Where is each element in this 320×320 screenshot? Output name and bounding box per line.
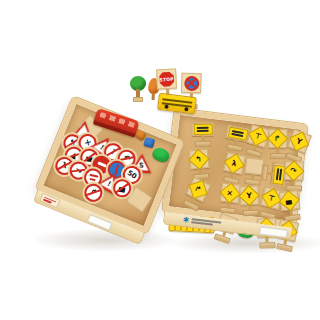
right-tray: ⊤↱Y↰λ↷↱×Y⊤▄λ↶ ∗ <box>162 108 308 228</box>
school-bus-block <box>157 93 197 115</box>
yellow-diamond-sign: ↱ <box>269 130 287 148</box>
sign-tile <box>181 73 202 94</box>
yellow-diamond-sign: λ <box>226 155 243 172</box>
grid-cell: ⊤ <box>246 125 269 157</box>
stop-octagon: STOP <box>159 71 175 87</box>
diamond-sign-tile: Y <box>239 186 259 206</box>
sign-stand: Y <box>239 186 260 217</box>
grid-cell: ↷ <box>283 160 306 192</box>
bus-wheel <box>184 107 188 111</box>
text-bar <box>279 169 282 181</box>
barcode-sticker <box>259 227 288 238</box>
brand-label-text-lines <box>191 217 222 228</box>
diamond-sign-tile: λ <box>223 152 246 175</box>
sign-stand: ↷ <box>284 161 304 192</box>
red-text-line <box>89 174 98 178</box>
sign-symbol: ⊤ <box>254 132 263 141</box>
stand-base <box>261 164 269 181</box>
diamond-sign-tile: ↱ <box>185 177 211 203</box>
sign-symbol: ↰ <box>195 155 202 163</box>
stand-base <box>258 242 274 248</box>
sign-symbol: ↱ <box>193 185 202 195</box>
grid-cell <box>190 122 215 149</box>
grid-cell: λ <box>222 153 245 185</box>
grid-cell <box>261 160 286 187</box>
rect-sign-tile <box>192 123 214 136</box>
sign-stand: λ <box>220 152 245 186</box>
sign-symbol: ↷ <box>291 167 298 175</box>
diamond-sign-tile: ↷ <box>284 161 304 181</box>
yellow-diamond-sign: ↰ <box>190 150 208 168</box>
diamond-sign-tile: ↱ <box>268 129 287 148</box>
stand-base <box>226 143 243 152</box>
bus-wheel <box>164 105 168 109</box>
yellow-diamond-sign: ⊤ <box>250 128 267 145</box>
sign-tile: STOP <box>156 69 177 90</box>
yellow-diamond-sign: ▄ <box>281 192 299 210</box>
sign-symbol: ⊤ <box>267 194 276 203</box>
green-bush-block <box>151 145 172 163</box>
left-tray-shadow <box>30 228 180 252</box>
stand-base <box>242 210 258 217</box>
sign-symbol: Y <box>246 192 252 200</box>
stop-text: STOP <box>159 76 173 82</box>
sign-symbol: Y <box>296 137 304 146</box>
tree-block <box>129 76 147 103</box>
diamond-sign-tile: ▄ <box>279 190 300 211</box>
sign-stand: ↱ <box>180 177 211 212</box>
sign-stand: × <box>218 182 241 214</box>
no-stopping-circle <box>184 75 200 91</box>
sign-symbol: λ <box>231 159 237 167</box>
yellow-diamond-sign: Y <box>291 133 308 150</box>
stand-base <box>244 178 261 186</box>
sign-symbol: × <box>226 189 233 197</box>
diamond-sign-tile: Y <box>287 129 312 154</box>
yellow-rect-sign <box>228 128 246 140</box>
left-tray: ↰×!♪↶S▲▄50λ→!▄↱ <box>36 96 185 234</box>
sign-symbol: ▄ <box>286 196 293 204</box>
text-bar <box>197 127 209 129</box>
brand-logo-icon: ∗ <box>182 215 191 225</box>
white-bar <box>97 162 106 168</box>
color-block <box>144 137 156 148</box>
grid-cell: ↰ <box>188 149 211 181</box>
yellow-diamond-sign: ⊤ <box>263 190 280 207</box>
yellow-diamond-sign: ↷ <box>285 162 303 180</box>
right-tray-sign-grid: ⊤↱Y↰λ↷↱×Y⊤▄λ↶ <box>171 117 299 219</box>
tree-trunk <box>152 93 155 100</box>
yellow-diamond-sign: Y <box>240 187 258 205</box>
diamond-sign-tile: × <box>219 182 240 203</box>
grid-cell: Y <box>286 130 309 162</box>
sign-stand <box>192 123 214 147</box>
diamond-sign-tile: ↰ <box>188 149 209 170</box>
sign-symbol: ↱ <box>274 135 280 143</box>
text-bar <box>197 130 209 132</box>
yellow-diamond-sign: × <box>221 184 239 202</box>
product-photo-stage: STOP ⊤↱Y↰λ↷↱×Y⊤▄λ↶ ∗ ↰×!♪↶S▲▄50λ→!▄↱ <box>0 0 320 320</box>
grid-cell: ▄ <box>279 190 302 222</box>
bus-windows <box>99 112 135 128</box>
tree-base <box>133 97 143 102</box>
yellow-diamond-sign: ↱ <box>190 182 206 198</box>
grid-cell: ↱ <box>184 178 207 210</box>
sign-symbol: 50 <box>126 170 138 181</box>
grid-cell: × <box>218 182 241 214</box>
stand-base <box>195 141 211 147</box>
red-text-line <box>90 177 96 180</box>
sign-stand: ↰ <box>188 149 210 181</box>
stand-post <box>267 172 272 176</box>
yellow-rect-sign <box>194 125 211 134</box>
sign-stand: ▄ <box>279 190 302 222</box>
